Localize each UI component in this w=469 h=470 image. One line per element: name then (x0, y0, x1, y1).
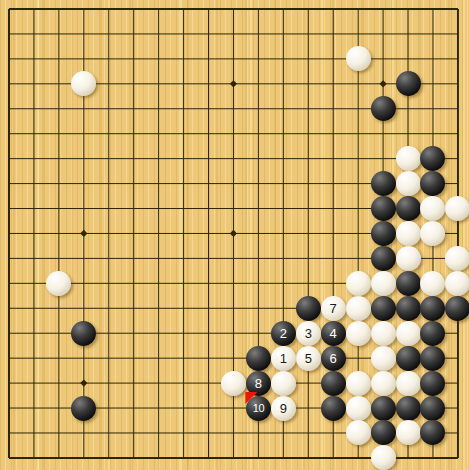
stone-white (346, 321, 371, 346)
move-number: 10 (253, 403, 264, 414)
move-number: 3 (305, 327, 312, 340)
stone-white (396, 146, 421, 171)
stone-black (71, 396, 96, 421)
stone-white (346, 420, 371, 445)
stone-black (371, 296, 396, 321)
stone-white (371, 321, 396, 346)
stone-white: 5 (296, 346, 321, 371)
stone-black (71, 321, 96, 346)
star-point (380, 80, 387, 87)
stone-black (371, 221, 396, 246)
stone-white (445, 246, 469, 271)
stone-black (321, 371, 346, 396)
stone-black: 8 (246, 371, 271, 396)
stone-white (396, 321, 421, 346)
stone-black (420, 346, 445, 371)
stone-black (396, 71, 421, 96)
stone-white (396, 171, 421, 196)
stone-black: 4 (321, 321, 346, 346)
move-number: 7 (330, 302, 337, 315)
stone-white (346, 46, 371, 71)
stone-white (371, 271, 396, 296)
stone-black (371, 96, 396, 121)
stone-black (396, 396, 421, 421)
stone-black (371, 246, 396, 271)
move-number: 5 (305, 352, 312, 365)
stone-white (396, 371, 421, 396)
stone-white (346, 396, 371, 421)
star-point (80, 230, 87, 237)
stone-black (396, 196, 421, 221)
stone-white (371, 371, 396, 396)
stone-white (445, 271, 469, 296)
go-board[interactable]: 72341568109 (0, 0, 469, 470)
stone-black (296, 296, 321, 321)
stone-black (445, 296, 469, 321)
star-point (230, 80, 237, 87)
stone-black: 2 (271, 321, 296, 346)
stone-black (396, 346, 421, 371)
stone-white (346, 371, 371, 396)
stone-white (221, 371, 246, 396)
stone-white (396, 246, 421, 271)
move-number: 1 (280, 352, 287, 365)
stone-white (371, 346, 396, 371)
stone-white (346, 271, 371, 296)
move-number: 2 (280, 327, 287, 340)
stone-white: 1 (271, 346, 296, 371)
stone-white (346, 296, 371, 321)
star-point (230, 230, 237, 237)
stone-white (271, 371, 296, 396)
stone-black (420, 396, 445, 421)
stone-black (420, 371, 445, 396)
move-number: 9 (280, 402, 287, 415)
stone-black (371, 196, 396, 221)
stone-black (246, 346, 271, 371)
stone-black (321, 396, 346, 421)
stone-white: 9 (271, 396, 296, 421)
stone-black: 6 (321, 346, 346, 371)
move-number: 4 (330, 327, 337, 340)
stone-white: 7 (321, 296, 346, 321)
stone-white (371, 445, 396, 470)
stone-black (396, 296, 421, 321)
stone-white (396, 420, 421, 445)
stone-black (371, 420, 396, 445)
star-point (80, 380, 87, 387)
stone-black (371, 396, 396, 421)
stone-white: 3 (296, 321, 321, 346)
move-number: 8 (255, 377, 262, 390)
stone-white (445, 196, 469, 221)
stone-white (396, 221, 421, 246)
stone-black (371, 171, 396, 196)
stone-black (396, 271, 421, 296)
move-number: 6 (330, 352, 337, 365)
